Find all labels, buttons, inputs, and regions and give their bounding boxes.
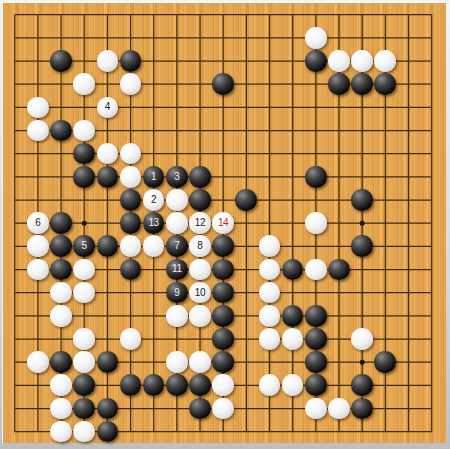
board-point[interactable]: [26, 235, 49, 258]
board-point[interactable]: [142, 420, 165, 443]
board-point[interactable]: [304, 3, 327, 26]
board-point[interactable]: [374, 258, 397, 281]
board-point[interactable]: [73, 304, 96, 327]
board-point[interactable]: [235, 397, 258, 420]
board-point[interactable]: [26, 258, 49, 281]
board-point[interactable]: [397, 374, 420, 397]
board-point[interactable]: [26, 397, 49, 420]
board-point[interactable]: [73, 397, 96, 420]
board-point[interactable]: [212, 350, 235, 373]
board-point[interactable]: [397, 3, 420, 26]
board-point[interactable]: [142, 235, 165, 258]
board-point[interactable]: [374, 165, 397, 188]
board-point[interactable]: [188, 188, 211, 211]
board-point[interactable]: [235, 235, 258, 258]
board-point[interactable]: [49, 327, 72, 350]
board-point[interactable]: [281, 49, 304, 72]
board-point[interactable]: [119, 212, 142, 235]
board-point[interactable]: [235, 374, 258, 397]
board-point[interactable]: [304, 327, 327, 350]
board-point[interactable]: [420, 26, 443, 49]
board-point[interactable]: [350, 142, 373, 165]
board-point[interactable]: [258, 96, 281, 119]
board-point[interactable]: [374, 304, 397, 327]
board-point[interactable]: [3, 258, 26, 281]
board-point[interactable]: [3, 304, 26, 327]
board-point[interactable]: [49, 96, 72, 119]
board-point[interactable]: 7: [165, 235, 188, 258]
board-point[interactable]: [327, 3, 350, 26]
board-point[interactable]: [374, 26, 397, 49]
board-point[interactable]: [188, 304, 211, 327]
board-point[interactable]: [327, 258, 350, 281]
board-point[interactable]: [304, 397, 327, 420]
board-point[interactable]: [49, 165, 72, 188]
board-point[interactable]: [188, 420, 211, 443]
board-point[interactable]: [49, 73, 72, 96]
board-point[interactable]: [420, 235, 443, 258]
board-point[interactable]: [142, 281, 165, 304]
board-point[interactable]: [281, 235, 304, 258]
board-point[interactable]: [327, 26, 350, 49]
board-point[interactable]: [235, 49, 258, 72]
board-point[interactable]: [281, 397, 304, 420]
board-point[interactable]: [350, 49, 373, 72]
board-point[interactable]: [327, 165, 350, 188]
board-point[interactable]: [142, 258, 165, 281]
board-point[interactable]: [281, 350, 304, 373]
board-point[interactable]: [119, 258, 142, 281]
board-point[interactable]: [327, 49, 350, 72]
board-point[interactable]: [142, 26, 165, 49]
board-point[interactable]: [281, 374, 304, 397]
board-point[interactable]: [350, 96, 373, 119]
board-point[interactable]: [374, 3, 397, 26]
board-point[interactable]: [49, 188, 72, 211]
board-point[interactable]: [73, 73, 96, 96]
board-point[interactable]: [235, 73, 258, 96]
board-point[interactable]: [350, 165, 373, 188]
board-point[interactable]: [119, 26, 142, 49]
board-point[interactable]: [420, 165, 443, 188]
board-point[interactable]: [188, 350, 211, 373]
board-point[interactable]: [281, 212, 304, 235]
board-point[interactable]: [3, 3, 26, 26]
board-point[interactable]: [350, 188, 373, 211]
board-point[interactable]: [258, 142, 281, 165]
board-point[interactable]: [304, 26, 327, 49]
board-point[interactable]: [420, 96, 443, 119]
board-point[interactable]: [397, 119, 420, 142]
board-point[interactable]: [73, 258, 96, 281]
board-point[interactable]: [350, 327, 373, 350]
board-point[interactable]: [327, 420, 350, 443]
board-point[interactable]: [350, 73, 373, 96]
board-point[interactable]: [397, 49, 420, 72]
board-point[interactable]: [119, 397, 142, 420]
board-point[interactable]: [350, 397, 373, 420]
board-point[interactable]: [26, 374, 49, 397]
board-point[interactable]: [188, 3, 211, 26]
board-point[interactable]: [142, 119, 165, 142]
board-point[interactable]: [73, 96, 96, 119]
board-point[interactable]: [188, 73, 211, 96]
board-point[interactable]: [49, 281, 72, 304]
board-point[interactable]: [397, 73, 420, 96]
board-point[interactable]: [235, 281, 258, 304]
board-point[interactable]: [119, 374, 142, 397]
board-point[interactable]: [397, 397, 420, 420]
board-point[interactable]: [420, 374, 443, 397]
board-point[interactable]: [350, 350, 373, 373]
board-point[interactable]: [397, 96, 420, 119]
board-point[interactable]: [304, 119, 327, 142]
board-point[interactable]: [350, 26, 373, 49]
board-point[interactable]: [212, 119, 235, 142]
board-point[interactable]: [258, 350, 281, 373]
board-point[interactable]: [327, 304, 350, 327]
board-point[interactable]: [327, 397, 350, 420]
board-point[interactable]: [26, 327, 49, 350]
board-point[interactable]: [96, 350, 119, 373]
board-point[interactable]: [119, 304, 142, 327]
board-point[interactable]: [73, 119, 96, 142]
board-point[interactable]: [165, 188, 188, 211]
board-point[interactable]: [96, 165, 119, 188]
board-point[interactable]: [304, 142, 327, 165]
board-point[interactable]: [258, 165, 281, 188]
board-point[interactable]: [258, 374, 281, 397]
board-point[interactable]: [235, 3, 258, 26]
board-grid[interactable]: 4132613121457811910: [3, 3, 443, 443]
board-point[interactable]: [350, 3, 373, 26]
board-point[interactable]: [374, 188, 397, 211]
board-point[interactable]: [73, 374, 96, 397]
board-point[interactable]: [235, 96, 258, 119]
board-point[interactable]: [235, 165, 258, 188]
board-point[interactable]: [374, 96, 397, 119]
board-point[interactable]: [327, 327, 350, 350]
board-point[interactable]: [49, 397, 72, 420]
board-point[interactable]: [73, 165, 96, 188]
board-point[interactable]: [258, 235, 281, 258]
board-point[interactable]: [165, 304, 188, 327]
board-point[interactable]: [3, 119, 26, 142]
board-point[interactable]: [49, 350, 72, 373]
board-point[interactable]: [212, 397, 235, 420]
board-point[interactable]: [397, 281, 420, 304]
board-point[interactable]: [3, 397, 26, 420]
board-point[interactable]: [165, 26, 188, 49]
board-point[interactable]: [165, 397, 188, 420]
board-point[interactable]: [304, 96, 327, 119]
board-point[interactable]: [397, 304, 420, 327]
board-point[interactable]: [165, 49, 188, 72]
board-point[interactable]: [142, 327, 165, 350]
board-point[interactable]: [374, 350, 397, 373]
board-point[interactable]: [258, 281, 281, 304]
board-point[interactable]: [165, 374, 188, 397]
board-point[interactable]: [142, 49, 165, 72]
board-point[interactable]: [165, 420, 188, 443]
board-point[interactable]: [281, 3, 304, 26]
board-point[interactable]: [304, 350, 327, 373]
board-point[interactable]: [420, 119, 443, 142]
board-point[interactable]: [304, 258, 327, 281]
board-point[interactable]: [374, 420, 397, 443]
board-point[interactable]: [350, 235, 373, 258]
board-point[interactable]: 10: [188, 281, 211, 304]
board-point[interactable]: [73, 49, 96, 72]
board-point[interactable]: [281, 142, 304, 165]
board-point[interactable]: [350, 258, 373, 281]
board-point[interactable]: [212, 26, 235, 49]
board-point[interactable]: [3, 281, 26, 304]
board-point[interactable]: [420, 258, 443, 281]
board-point[interactable]: [119, 119, 142, 142]
board-point[interactable]: [142, 142, 165, 165]
board-point[interactable]: [281, 26, 304, 49]
board-point[interactable]: [327, 142, 350, 165]
board-point[interactable]: [165, 119, 188, 142]
board-point[interactable]: [188, 258, 211, 281]
board-point[interactable]: [212, 188, 235, 211]
board-point[interactable]: [420, 3, 443, 26]
board-point[interactable]: [73, 26, 96, 49]
board-point[interactable]: [119, 49, 142, 72]
board-point[interactable]: [350, 212, 373, 235]
board-point[interactable]: [96, 235, 119, 258]
board-point[interactable]: [235, 188, 258, 211]
board-point[interactable]: [49, 212, 72, 235]
board-point[interactable]: [350, 119, 373, 142]
board-point[interactable]: [188, 327, 211, 350]
board-point[interactable]: [304, 165, 327, 188]
board-point[interactable]: [96, 281, 119, 304]
board-point[interactable]: [374, 73, 397, 96]
board-point[interactable]: [49, 49, 72, 72]
board-point[interactable]: [165, 96, 188, 119]
board-point[interactable]: [96, 397, 119, 420]
board-point[interactable]: [397, 350, 420, 373]
board-point[interactable]: [119, 350, 142, 373]
board-point[interactable]: [420, 281, 443, 304]
board-point[interactable]: [96, 420, 119, 443]
board-point[interactable]: [258, 212, 281, 235]
board-point[interactable]: [281, 188, 304, 211]
board-point[interactable]: [188, 119, 211, 142]
board-point[interactable]: [235, 304, 258, 327]
board-point[interactable]: [119, 420, 142, 443]
board-point[interactable]: 14: [212, 212, 235, 235]
board-point[interactable]: [304, 73, 327, 96]
board-point[interactable]: [258, 26, 281, 49]
board-point[interactable]: 8: [188, 235, 211, 258]
board-point[interactable]: 4: [96, 96, 119, 119]
board-point[interactable]: 12: [188, 212, 211, 235]
board-point[interactable]: [165, 350, 188, 373]
board-point[interactable]: [73, 3, 96, 26]
board-point[interactable]: [26, 49, 49, 72]
board-point[interactable]: [212, 96, 235, 119]
board-point[interactable]: [96, 327, 119, 350]
board-point[interactable]: [119, 3, 142, 26]
board-point[interactable]: [49, 420, 72, 443]
board-point[interactable]: [374, 374, 397, 397]
board-point[interactable]: [235, 350, 258, 373]
board-point[interactable]: [235, 26, 258, 49]
board-point[interactable]: [3, 188, 26, 211]
board-point[interactable]: [96, 258, 119, 281]
board-point[interactable]: [258, 188, 281, 211]
board-point[interactable]: [49, 3, 72, 26]
board-point[interactable]: [304, 49, 327, 72]
board-point[interactable]: [374, 235, 397, 258]
board-point[interactable]: [374, 119, 397, 142]
board-point[interactable]: [304, 188, 327, 211]
board-point[interactable]: [49, 235, 72, 258]
board-point[interactable]: [49, 142, 72, 165]
board-point[interactable]: [26, 119, 49, 142]
board-point[interactable]: [26, 142, 49, 165]
board-point[interactable]: [3, 165, 26, 188]
board-point[interactable]: [235, 212, 258, 235]
board-point[interactable]: [188, 49, 211, 72]
board-point[interactable]: [327, 235, 350, 258]
board-point[interactable]: [26, 281, 49, 304]
board-point[interactable]: [49, 258, 72, 281]
board-point[interactable]: [119, 188, 142, 211]
board-point[interactable]: [281, 119, 304, 142]
board-point[interactable]: [235, 119, 258, 142]
board-point[interactable]: [119, 73, 142, 96]
board-point[interactable]: [212, 281, 235, 304]
board-point[interactable]: [420, 212, 443, 235]
board-point[interactable]: [188, 165, 211, 188]
board-point[interactable]: [119, 327, 142, 350]
board-point[interactable]: [165, 212, 188, 235]
board-point[interactable]: [26, 188, 49, 211]
board-point[interactable]: [26, 165, 49, 188]
board-point[interactable]: [165, 3, 188, 26]
board-point[interactable]: [73, 142, 96, 165]
board-point[interactable]: [96, 49, 119, 72]
board-point[interactable]: [304, 235, 327, 258]
board-point[interactable]: [73, 420, 96, 443]
board-point[interactable]: [3, 420, 26, 443]
board-point[interactable]: [281, 304, 304, 327]
board-point[interactable]: [96, 119, 119, 142]
board-point[interactable]: [235, 327, 258, 350]
board-point[interactable]: [258, 304, 281, 327]
board-point[interactable]: [235, 142, 258, 165]
board-point[interactable]: [165, 327, 188, 350]
board-point[interactable]: [212, 327, 235, 350]
board-point[interactable]: [281, 281, 304, 304]
board-point[interactable]: [119, 165, 142, 188]
board-point[interactable]: [3, 142, 26, 165]
board-point[interactable]: [188, 397, 211, 420]
board-point[interactable]: [26, 350, 49, 373]
board-point[interactable]: 11: [165, 258, 188, 281]
board-point[interactable]: 13: [142, 212, 165, 235]
board-point[interactable]: [327, 212, 350, 235]
board-point[interactable]: [304, 212, 327, 235]
board-point[interactable]: [96, 374, 119, 397]
board-point[interactable]: [420, 327, 443, 350]
board-point[interactable]: [212, 3, 235, 26]
board-point[interactable]: [26, 3, 49, 26]
board-point[interactable]: [96, 304, 119, 327]
board-point[interactable]: [188, 142, 211, 165]
board-point[interactable]: [235, 258, 258, 281]
board-point[interactable]: [397, 212, 420, 235]
board-point[interactable]: [73, 350, 96, 373]
board-point[interactable]: [212, 49, 235, 72]
board-point[interactable]: [96, 3, 119, 26]
board-point[interactable]: [374, 49, 397, 72]
board-point[interactable]: [374, 212, 397, 235]
board-point[interactable]: [397, 165, 420, 188]
board-point[interactable]: [212, 235, 235, 258]
board-point[interactable]: [397, 235, 420, 258]
board-point[interactable]: [165, 73, 188, 96]
board-point[interactable]: [73, 281, 96, 304]
board-point[interactable]: [188, 26, 211, 49]
board-point[interactable]: [119, 235, 142, 258]
board-point[interactable]: [258, 73, 281, 96]
board-point[interactable]: [397, 258, 420, 281]
board-point[interactable]: [188, 374, 211, 397]
board-point[interactable]: [3, 212, 26, 235]
board-point[interactable]: [350, 304, 373, 327]
board-point[interactable]: [49, 374, 72, 397]
board-point[interactable]: 3: [165, 165, 188, 188]
board-point[interactable]: [96, 212, 119, 235]
board-point[interactable]: [96, 142, 119, 165]
board-point[interactable]: [73, 212, 96, 235]
board-point[interactable]: [420, 304, 443, 327]
board-point[interactable]: [327, 374, 350, 397]
board-point[interactable]: [258, 327, 281, 350]
board-point[interactable]: [258, 420, 281, 443]
board-point[interactable]: [350, 420, 373, 443]
board-point[interactable]: [258, 49, 281, 72]
board-point[interactable]: [397, 188, 420, 211]
board-point[interactable]: [281, 165, 304, 188]
board-point[interactable]: [3, 26, 26, 49]
board-point[interactable]: [327, 119, 350, 142]
board-point[interactable]: 2: [142, 188, 165, 211]
board-point[interactable]: [26, 420, 49, 443]
board-point[interactable]: [420, 49, 443, 72]
board-point[interactable]: [3, 49, 26, 72]
board-point[interactable]: [142, 3, 165, 26]
board-point[interactable]: [3, 374, 26, 397]
board-point[interactable]: [142, 96, 165, 119]
board-point[interactable]: [142, 304, 165, 327]
board-point[interactable]: [73, 327, 96, 350]
board-point[interactable]: [327, 281, 350, 304]
board-point[interactable]: [119, 281, 142, 304]
board-point[interactable]: [212, 142, 235, 165]
board-point[interactable]: [258, 397, 281, 420]
board-point[interactable]: [258, 3, 281, 26]
board-point[interactable]: [212, 420, 235, 443]
board-point[interactable]: [3, 73, 26, 96]
board-point[interactable]: [49, 119, 72, 142]
board-point[interactable]: [26, 26, 49, 49]
